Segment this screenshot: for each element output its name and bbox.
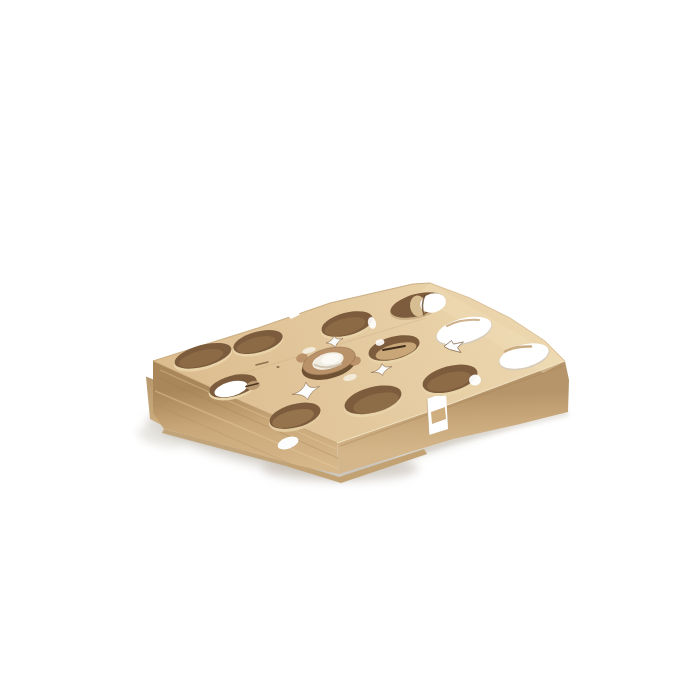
photo-stage: Brown kraft corrugated cardboard cup-car…	[0, 0, 700, 700]
score-dot	[276, 366, 279, 368]
cardboard-cup-carrier-tray-illustration	[0, 0, 700, 700]
product-photo: Brown kraft corrugated cardboard cup-car…	[0, 0, 700, 700]
